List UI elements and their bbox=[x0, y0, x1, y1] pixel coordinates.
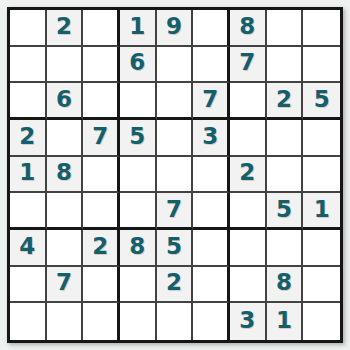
cell-r8c3[interactable] bbox=[83, 267, 120, 304]
cell-r6c8[interactable]: 5 bbox=[267, 193, 304, 230]
cell-r6c2[interactable] bbox=[47, 193, 84, 230]
cell-r3c8[interactable]: 2 bbox=[267, 83, 304, 120]
cell-r4c4[interactable]: 5 bbox=[120, 120, 157, 157]
cell-r5c1[interactable]: 1 bbox=[10, 157, 47, 194]
cell-r7c1[interactable]: 4 bbox=[10, 230, 47, 267]
cell-r9c7[interactable]: 3 bbox=[230, 303, 267, 340]
cell-r8c4[interactable] bbox=[120, 267, 157, 304]
cell-r9c1[interactable] bbox=[10, 303, 47, 340]
cell-r9c3[interactable] bbox=[83, 303, 120, 340]
cell-r3c9[interactable]: 5 bbox=[303, 83, 340, 120]
cell-r7c8[interactable] bbox=[267, 230, 304, 267]
cell-r7c9[interactable] bbox=[303, 230, 340, 267]
cell-r2c6[interactable] bbox=[193, 47, 230, 84]
cell-r4c2[interactable] bbox=[47, 120, 84, 157]
cell-r4c7[interactable] bbox=[230, 120, 267, 157]
cell-r2c1[interactable] bbox=[10, 47, 47, 84]
cell-r5c5[interactable] bbox=[157, 157, 194, 194]
cell-r6c1[interactable] bbox=[10, 193, 47, 230]
cell-r8c2[interactable]: 7 bbox=[47, 267, 84, 304]
cell-r6c6[interactable] bbox=[193, 193, 230, 230]
cell-r3c2[interactable]: 6 bbox=[47, 83, 84, 120]
cell-r1c6[interactable] bbox=[193, 10, 230, 47]
cell-r9c8[interactable]: 1 bbox=[267, 303, 304, 340]
cell-r2c8[interactable] bbox=[267, 47, 304, 84]
cell-r7c6[interactable] bbox=[193, 230, 230, 267]
cell-r7c2[interactable] bbox=[47, 230, 84, 267]
cell-r3c1[interactable] bbox=[10, 83, 47, 120]
cell-r4c1[interactable]: 2 bbox=[10, 120, 47, 157]
cell-r4c3[interactable]: 7 bbox=[83, 120, 120, 157]
cell-r1c2[interactable]: 2 bbox=[47, 10, 84, 47]
cell-r7c7[interactable] bbox=[230, 230, 267, 267]
cell-r1c4[interactable]: 1 bbox=[120, 10, 157, 47]
cell-r5c7[interactable]: 2 bbox=[230, 157, 267, 194]
cell-r6c4[interactable] bbox=[120, 193, 157, 230]
page: 21986767252753182751428572831 bbox=[0, 0, 350, 350]
cell-r4c9[interactable] bbox=[303, 120, 340, 157]
cell-r5c2[interactable]: 8 bbox=[47, 157, 84, 194]
cell-r5c8[interactable] bbox=[267, 157, 304, 194]
cell-r6c5[interactable]: 7 bbox=[157, 193, 194, 230]
cell-r5c3[interactable] bbox=[83, 157, 120, 194]
cell-r5c6[interactable] bbox=[193, 157, 230, 194]
cell-r9c2[interactable] bbox=[47, 303, 84, 340]
cell-r8c6[interactable] bbox=[193, 267, 230, 304]
cell-r2c9[interactable] bbox=[303, 47, 340, 84]
cell-r7c5[interactable]: 5 bbox=[157, 230, 194, 267]
cell-r2c4[interactable]: 6 bbox=[120, 47, 157, 84]
cell-r2c5[interactable] bbox=[157, 47, 194, 84]
cell-r5c9[interactable] bbox=[303, 157, 340, 194]
cell-r2c3[interactable] bbox=[83, 47, 120, 84]
cell-r9c4[interactable] bbox=[120, 303, 157, 340]
cell-r3c5[interactable] bbox=[157, 83, 194, 120]
cell-r3c4[interactable] bbox=[120, 83, 157, 120]
cell-r1c3[interactable] bbox=[83, 10, 120, 47]
cell-r6c9[interactable]: 1 bbox=[303, 193, 340, 230]
cell-r4c5[interactable] bbox=[157, 120, 194, 157]
cell-r1c8[interactable] bbox=[267, 10, 304, 47]
cell-r7c3[interactable]: 2 bbox=[83, 230, 120, 267]
cell-r8c5[interactable]: 2 bbox=[157, 267, 194, 304]
cell-r1c9[interactable] bbox=[303, 10, 340, 47]
cell-r7c4[interactable]: 8 bbox=[120, 230, 157, 267]
cell-r8c1[interactable] bbox=[10, 267, 47, 304]
cell-r2c7[interactable]: 7 bbox=[230, 47, 267, 84]
cell-r2c2[interactable] bbox=[47, 47, 84, 84]
cell-r6c7[interactable] bbox=[230, 193, 267, 230]
cell-r8c8[interactable]: 8 bbox=[267, 267, 304, 304]
cell-r1c5[interactable]: 9 bbox=[157, 10, 194, 47]
cell-r5c4[interactable] bbox=[120, 157, 157, 194]
cell-r1c1[interactable] bbox=[10, 10, 47, 47]
cell-r3c3[interactable] bbox=[83, 83, 120, 120]
cell-r9c5[interactable] bbox=[157, 303, 194, 340]
cell-r6c3[interactable] bbox=[83, 193, 120, 230]
cell-r9c6[interactable] bbox=[193, 303, 230, 340]
cell-r3c6[interactable]: 7 bbox=[193, 83, 230, 120]
cell-r8c7[interactable] bbox=[230, 267, 267, 304]
cell-r9c9[interactable] bbox=[303, 303, 340, 340]
cell-r8c9[interactable] bbox=[303, 267, 340, 304]
cell-r4c8[interactable] bbox=[267, 120, 304, 157]
cell-r3c7[interactable] bbox=[230, 83, 267, 120]
sudoku-board: 21986767252753182751428572831 bbox=[7, 7, 343, 343]
cell-r1c7[interactable]: 8 bbox=[230, 10, 267, 47]
cell-r4c6[interactable]: 3 bbox=[193, 120, 230, 157]
